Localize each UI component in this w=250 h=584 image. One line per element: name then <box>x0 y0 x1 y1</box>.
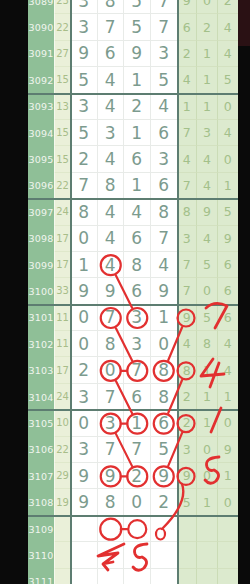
digit-cell-d4: 8 <box>151 199 178 225</box>
sum-cell: 22 <box>54 437 71 463</box>
sum-cell: 11 <box>54 305 71 331</box>
digit-cell-d1: 3 <box>71 384 98 410</box>
digit-cell-d1: 9 <box>71 278 98 304</box>
draw-id-cell: 3104 <box>28 384 54 410</box>
extra-cell-x1 <box>177 516 197 542</box>
draw-row-3095: 3095152463440 <box>28 146 238 172</box>
digit-cell-d3: 5 <box>124 0 151 14</box>
extra-cell-x2: 0 <box>197 278 217 304</box>
draw-row-3092: 3092155415415 <box>28 67 238 93</box>
digit-cell-d3: 1 <box>124 120 151 146</box>
digit-cell-d4: 9 <box>151 278 178 304</box>
digit-cell-d2: 3 <box>98 120 125 146</box>
sum-cell: 15 <box>54 120 71 146</box>
digit-cell-d1 <box>71 542 98 568</box>
draw-id-cell: 3109 <box>28 516 54 542</box>
extra-cell-x3: 9 <box>218 437 238 463</box>
digit-cell-d1: 2 <box>71 357 98 383</box>
draw-row-3105: 3105100316210 <box>28 410 238 436</box>
corner-shadow <box>238 0 250 46</box>
digit-cell-d3: 5 <box>124 14 151 40</box>
digit-cell-d2: 9 <box>98 463 125 489</box>
draw-id-cell: 3099 <box>28 252 54 278</box>
draw-row-3107: 3107299929901 <box>28 463 238 489</box>
digit-cell-d3: 1 <box>124 173 151 199</box>
digit-cell-d4: 7 <box>151 226 178 252</box>
digit-cell-d3: 1 <box>124 410 151 436</box>
extra-cell-x2: 3 <box>197 120 217 146</box>
digit-cell-d1: 3 <box>71 94 98 120</box>
extra-cell-x3: 9 <box>218 226 238 252</box>
extra-cell-x3: 6 <box>218 252 238 278</box>
extra-cell-x1: 4 <box>177 146 197 172</box>
sum-cell: 15 <box>54 146 71 172</box>
extra-cell-x2: 8 <box>197 331 217 357</box>
digit-cell-d3: 1 <box>124 67 151 93</box>
draw-id-cell: 3107 <box>28 463 54 489</box>
extra-cell-x3: 2 <box>218 0 238 14</box>
digit-cell-d1: 0 <box>71 410 98 436</box>
extra-cell-x3: 1 <box>218 384 238 410</box>
digit-cell-d1: 0 <box>71 226 98 252</box>
draw-row-3104: 3104243768211 <box>28 384 238 410</box>
digit-cell-d4: 5 <box>151 67 178 93</box>
sum-cell: 27 <box>54 41 71 67</box>
digit-cell-d3: 0 <box>124 489 151 515</box>
digit-cell-d4: 6 <box>151 120 178 146</box>
digit-cell-d2: 8 <box>98 173 125 199</box>
digit-cell-d3: 6 <box>124 278 151 304</box>
extra-cell-x2: 1 <box>197 67 217 93</box>
digit-cell-d1: 7 <box>71 173 98 199</box>
draw-row-3109: 3109 <box>28 516 238 542</box>
draw-row-3099: 3099171484756 <box>28 252 238 278</box>
digit-cell-d4 <box>151 569 178 584</box>
extra-cell-x1: 2 <box>177 384 197 410</box>
digit-cell-d3 <box>124 569 151 584</box>
draw-row-3093: 3093133424110 <box>28 94 238 120</box>
extra-cell-x3: 4 <box>218 331 238 357</box>
digit-cell-d4: 5 <box>151 437 178 463</box>
draw-id-cell: 3100 <box>28 278 54 304</box>
digit-cell-d1: 8 <box>71 199 98 225</box>
digit-cell-d3: 2 <box>124 463 151 489</box>
sum-cell <box>54 542 71 568</box>
draw-row-3111: 3111 <box>28 569 238 584</box>
digit-cell-d4: 6 <box>151 173 178 199</box>
digit-cell-d4: 2 <box>151 489 178 515</box>
extra-cell-x3: 6 <box>218 278 238 304</box>
sum-cell: 15 <box>54 67 71 93</box>
draw-id-cell: 3110 <box>28 542 54 568</box>
digit-cell-d3: 4 <box>124 199 151 225</box>
extra-cell-x2: 2 <box>197 14 217 40</box>
group-separator <box>28 409 238 411</box>
extra-cell-x3: 0 <box>218 410 238 436</box>
digit-cell-d2 <box>98 516 125 542</box>
extra-cell-x3: 5 <box>218 67 238 93</box>
digit-cell-d4: 8 <box>151 384 178 410</box>
extra-cell-x1: 9 <box>177 463 197 489</box>
extra-cell-x1: 6 <box>177 14 197 40</box>
digit-cell-d1: 5 <box>71 67 98 93</box>
draw-row-3102: 3102110830484 <box>28 331 238 357</box>
sum-cell: 17 <box>54 226 71 252</box>
digit-cell-d3 <box>124 516 151 542</box>
digit-cell-d3: 6 <box>124 226 151 252</box>
draw-row-3101: 3101110731956 <box>28 305 238 331</box>
digit-cell-d1: 9 <box>71 489 98 515</box>
extra-cell-x1: 9 <box>177 0 197 14</box>
extra-cell-x3 <box>218 542 238 568</box>
digit-cell-d4: 9 <box>151 463 178 489</box>
extra-cell-x1: 2 <box>177 410 197 436</box>
extra-cell-x1 <box>177 542 197 568</box>
draw-row-3089: 3089233857902 <box>28 0 238 14</box>
digit-cell-d2: 0 <box>98 357 125 383</box>
digit-cell-d1: 3 <box>71 14 98 40</box>
sum-cell: 19 <box>54 489 71 515</box>
digit-cell-d1: 2 <box>71 146 98 172</box>
digit-cell-d1: 3 <box>71 0 98 14</box>
digit-cell-d4: 0 <box>151 331 178 357</box>
digit-cell-d2: 8 <box>98 489 125 515</box>
extra-cell-x1: 2 <box>177 41 197 67</box>
digit-cell-d2: 7 <box>98 384 125 410</box>
draw-id-cell: 3105 <box>28 410 54 436</box>
extra-cell-x1: 4 <box>177 331 197 357</box>
digit-cell-d1 <box>71 516 98 542</box>
extra-cell-x3: 4 <box>218 41 238 67</box>
digit-cell-d4: 7 <box>151 0 178 14</box>
digit-cell-d3: 9 <box>124 41 151 67</box>
digit-cell-d2: 7 <box>98 437 125 463</box>
group-separator <box>28 198 238 200</box>
extra-cell-x1: 9 <box>177 305 197 331</box>
extra-cell-x3: 6 <box>218 305 238 331</box>
extra-cell-x2: 4 <box>197 146 217 172</box>
digit-cell-d3: 2 <box>124 94 151 120</box>
sum-cell: 29 <box>54 463 71 489</box>
extra-cell-x3: 0 <box>218 489 238 515</box>
sum-cell: 13 <box>54 94 71 120</box>
extra-cell-x1: 7 <box>177 278 197 304</box>
digit-cell-d1: 3 <box>71 437 98 463</box>
lottery-app-screen: 3089233857902309022375762430912796932143… <box>0 0 250 584</box>
draw-id-cell: 3093 <box>28 94 54 120</box>
extra-cell-x3 <box>218 516 238 542</box>
digit-cell-d1: 1 <box>71 252 98 278</box>
extra-cell-x2: 1 <box>197 410 217 436</box>
draw-id-cell: 3106 <box>28 437 54 463</box>
extra-cell-x3: 1 <box>218 173 238 199</box>
extra-cell-x1: 7 <box>177 173 197 199</box>
digit-cell-d4 <box>151 542 178 568</box>
extra-cell-x1: 4 <box>177 67 197 93</box>
extra-cell-x2: 1 <box>197 384 217 410</box>
digit-cell-d2: 8 <box>98 0 125 14</box>
digit-cell-d2: 4 <box>98 67 125 93</box>
trend-chart-grid: 3089233857902309022375762430912796932143… <box>28 0 238 584</box>
draw-id-cell: 3094 <box>28 120 54 146</box>
extra-cell-x2: 1 <box>197 357 217 383</box>
draw-row-3096: 3096227816741 <box>28 173 238 199</box>
digit-cell-d4 <box>151 516 178 542</box>
digit-cell-d4: 7 <box>151 14 178 40</box>
extra-cell-x2: 4 <box>197 173 217 199</box>
digit-cell-d2: 3 <box>98 410 125 436</box>
digit-cell-d1: 9 <box>71 41 98 67</box>
extra-cell-x2: 1 <box>197 94 217 120</box>
extra-cell-x2: 0 <box>197 463 217 489</box>
digit-cell-d1: 0 <box>71 305 98 331</box>
id-sum-divider <box>54 0 55 584</box>
digit-cell-d1: 9 <box>71 463 98 489</box>
sum-cell: 22 <box>54 14 71 40</box>
extra-cell-x1: 8 <box>177 357 197 383</box>
digit-cell-d3: 6 <box>124 384 151 410</box>
right-letterbox <box>238 0 250 584</box>
extra-cell-x2: 5 <box>197 305 217 331</box>
extra-cell-x2: 9 <box>197 199 217 225</box>
draw-row-3110: 3110 <box>28 542 238 568</box>
digit-cell-d2 <box>98 542 125 568</box>
sum-cell: 33 <box>54 278 71 304</box>
digit-cell-d2: 4 <box>98 146 125 172</box>
draw-row-3097: 3097248448895 <box>28 199 238 225</box>
digit-cell-d3: 3 <box>124 331 151 357</box>
group-separator <box>28 93 238 95</box>
draw-row-3106: 3106223775309 <box>28 437 238 463</box>
digit-cell-d3: 3 <box>124 305 151 331</box>
draw-id-cell: 3096 <box>28 173 54 199</box>
extra-cell-x3: 4 <box>218 14 238 40</box>
digit-cell-d4: 4 <box>151 94 178 120</box>
extra-cell-x3: 1 <box>218 463 238 489</box>
sum-cell: 11 <box>54 331 71 357</box>
extra-cell-x1: 5 <box>177 489 197 515</box>
draw-row-3103: 3103172078814 <box>28 357 238 383</box>
digit-cell-d2: 7 <box>98 305 125 331</box>
digit-cell-d4: 8 <box>151 357 178 383</box>
draw-id-cell: 3089 <box>28 0 54 14</box>
sum-cell: 24 <box>54 199 71 225</box>
draw-id-cell: 3098 <box>28 226 54 252</box>
draw-row-3100: 3100339969706 <box>28 278 238 304</box>
draw-id-cell: 3091 <box>28 41 54 67</box>
draw-row-3091: 3091279693214 <box>28 41 238 67</box>
extra-cell-x2: 5 <box>197 252 217 278</box>
sum-cell: 23 <box>54 0 71 14</box>
extra-cell-x2: 4 <box>197 226 217 252</box>
extra-cell-x2 <box>197 542 217 568</box>
digit-cell-d2: 8 <box>98 331 125 357</box>
extra-cell-x3: 4 <box>218 120 238 146</box>
digit-cell-d2: 4 <box>98 226 125 252</box>
draw-row-3094: 3094155316734 <box>28 120 238 146</box>
digit-cell-d1: 5 <box>71 120 98 146</box>
draw-row-3090: 3090223757624 <box>28 14 238 40</box>
digit-cell-d3: 7 <box>124 437 151 463</box>
digit-cell-d2: 9 <box>98 278 125 304</box>
digit-cell-d4: 3 <box>151 146 178 172</box>
digit-cell-d4: 6 <box>151 410 178 436</box>
draw-id-cell: 3108 <box>28 489 54 515</box>
digit-cell-d3 <box>124 542 151 568</box>
group-separator <box>28 515 238 517</box>
digit-cell-d2: 7 <box>98 14 125 40</box>
digit-cell-d4: 1 <box>151 305 178 331</box>
draw-id-cell: 3092 <box>28 67 54 93</box>
digit-cell-d4: 4 <box>151 252 178 278</box>
extra-cell-x1: 8 <box>177 199 197 225</box>
digit-cell-d4: 3 <box>151 41 178 67</box>
draw-id-cell: 3111 <box>28 569 54 584</box>
extra-cell-x2 <box>197 516 217 542</box>
digit-cell-d2 <box>98 569 125 584</box>
sum-cell: 17 <box>54 357 71 383</box>
draw-id-cell: 3101 <box>28 305 54 331</box>
digit-cell-d2: 4 <box>98 252 125 278</box>
sum-cell: 24 <box>54 384 71 410</box>
digit-cell-d1: 0 <box>71 331 98 357</box>
draw-id-cell: 3102 <box>28 331 54 357</box>
extra-cell-x3: 4 <box>218 357 238 383</box>
extra-cell-x3: 0 <box>218 94 238 120</box>
extra-cell-x1: 7 <box>177 252 197 278</box>
extra-cell-x1 <box>177 569 197 584</box>
extra-cell-x2: 0 <box>197 437 217 463</box>
extra-cell-x3: 5 <box>218 199 238 225</box>
white-area-right-frame <box>177 0 179 584</box>
digit-cell-d1 <box>71 569 98 584</box>
sum-cell <box>54 516 71 542</box>
extra-cell-x1: 7 <box>177 120 197 146</box>
extra-cell-x2: 0 <box>197 0 217 14</box>
extra-cell-x2: 1 <box>197 41 217 67</box>
draw-id-cell: 3090 <box>28 14 54 40</box>
extra-cell-x1: 1 <box>177 94 197 120</box>
extra-cell-x3 <box>218 569 238 584</box>
draw-id-cell: 3103 <box>28 357 54 383</box>
draw-row-3108: 3108199802510 <box>28 489 238 515</box>
digit-cell-d2: 4 <box>98 199 125 225</box>
extra-cell-x2: 1 <box>197 489 217 515</box>
sum-cell: 17 <box>54 252 71 278</box>
white-area-left-frame <box>70 0 72 584</box>
draw-id-cell: 3097 <box>28 199 54 225</box>
extra-cell-x1: 3 <box>177 437 197 463</box>
extra-cell-x3: 0 <box>218 146 238 172</box>
sum-cell: 10 <box>54 410 71 436</box>
group-separator <box>28 304 238 306</box>
draw-row-3098: 3098170467349 <box>28 226 238 252</box>
sum-cell: 22 <box>54 173 71 199</box>
draw-id-cell: 3095 <box>28 146 54 172</box>
digit-cell-d3: 6 <box>124 146 151 172</box>
digit-cell-d3: 8 <box>124 252 151 278</box>
extra-cell-x1: 3 <box>177 226 197 252</box>
sum-cell <box>54 569 71 584</box>
extra-cell-x2 <box>197 569 217 584</box>
digit-cell-d2: 6 <box>98 41 125 67</box>
digit-cell-d3: 7 <box>124 357 151 383</box>
digit-cell-d2: 4 <box>98 94 125 120</box>
